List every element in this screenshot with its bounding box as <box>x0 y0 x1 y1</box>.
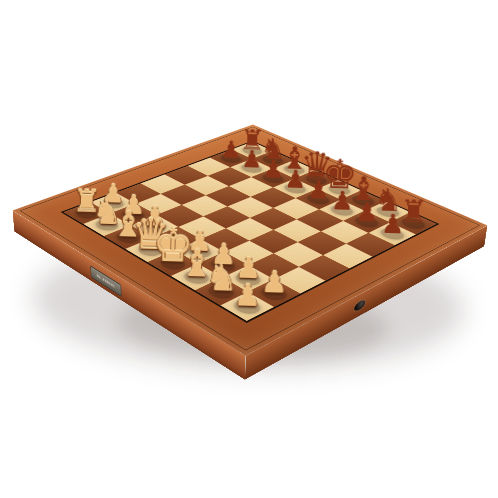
black-pawn-icon: ♟ <box>241 147 263 171</box>
white-pawn-icon: ♟ <box>261 267 288 297</box>
white-pawn-icon: ♟ <box>234 280 262 311</box>
connector-port-icon <box>354 298 366 313</box>
black-pawn-icon: ♟ <box>380 210 405 237</box>
black-pawn-icon: ♟ <box>307 177 330 203</box>
black-pawn-icon: ♟ <box>220 137 242 161</box>
black-pawn-icon: ♟ <box>330 187 354 213</box>
brand-plaque-label: MILLENNIUM <box>97 273 115 288</box>
black-pawn-icon: ♟ <box>355 198 379 225</box>
product-photo: ♜♞♝♛♚♝♞♜♟♟♟♟♟♟♟♟♟♟♟♟♟♟♟♜♞♝♛♚♝♞♟ MILLENNI… <box>0 0 498 498</box>
black-pawn-icon: ♟ <box>262 156 284 181</box>
black-pawn-icon: ♟ <box>284 166 307 191</box>
